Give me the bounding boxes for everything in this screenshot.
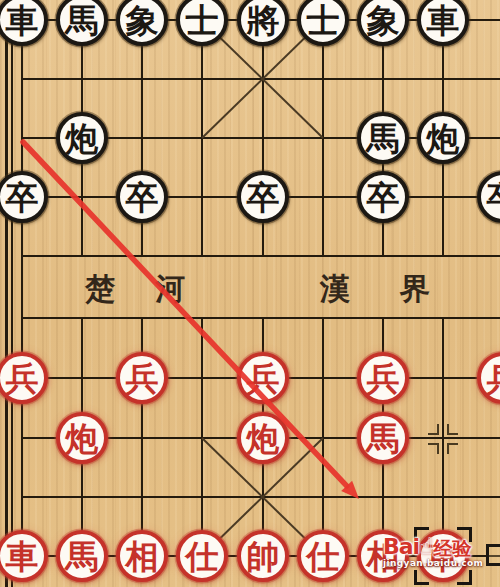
crosshair-corner bbox=[428, 424, 439, 435]
piece-red-advisor[interactable]: 仕 bbox=[176, 530, 228, 582]
crosshair-corner bbox=[447, 424, 458, 435]
piece-black-soldier[interactable]: 卒 bbox=[116, 171, 168, 223]
xiangqi-board[interactable]: 楚河漢界 車馬象士將士象車炮馬炮卒卒卒卒卒兵兵兵兵兵炮炮馬車馬相仕帥仕相車 Ba… bbox=[0, 0, 500, 587]
piece-red-horse[interactable]: 馬 bbox=[56, 530, 108, 582]
piece-red-soldier[interactable]: 兵 bbox=[237, 352, 289, 404]
piece-red-horse[interactable]: 馬 bbox=[357, 412, 409, 464]
selection-bracket bbox=[457, 570, 472, 585]
piece-black-soldier[interactable]: 卒 bbox=[357, 171, 409, 223]
baidu-jingyan-watermark: Bai ☝ 经验 jingyan.baidu.com bbox=[383, 535, 500, 568]
piece-black-cannon[interactable]: 炮 bbox=[56, 112, 108, 164]
piece-red-soldier[interactable]: 兵 bbox=[116, 352, 168, 404]
piece-red-general[interactable]: 帥 bbox=[237, 530, 289, 582]
watermark-logo-suffix: 经验 bbox=[433, 539, 471, 558]
river-label: 河 bbox=[155, 269, 185, 310]
river-label: 界 bbox=[400, 269, 430, 310]
crosshair-corner bbox=[447, 443, 458, 454]
crosshair-corner bbox=[428, 443, 439, 454]
river-label: 漢 bbox=[320, 269, 350, 310]
watermark-logo-text: Bai bbox=[383, 536, 419, 558]
piece-black-horse[interactable]: 馬 bbox=[357, 112, 409, 164]
piece-red-advisor[interactable]: 仕 bbox=[297, 530, 349, 582]
piece-red-cannon[interactable]: 炮 bbox=[56, 412, 108, 464]
piece-black-cannon[interactable]: 炮 bbox=[417, 112, 469, 164]
hand-icon: ☝ bbox=[419, 535, 433, 558]
piece-red-soldier[interactable]: 兵 bbox=[357, 352, 409, 404]
piece-red-elephant[interactable]: 相 bbox=[116, 530, 168, 582]
river-label: 楚 bbox=[85, 269, 115, 310]
watermark-url: jingyan.baidu.com bbox=[383, 559, 500, 568]
piece-red-cannon[interactable]: 炮 bbox=[237, 412, 289, 464]
piece-black-soldier[interactable]: 卒 bbox=[237, 171, 289, 223]
selection-bracket bbox=[414, 570, 429, 585]
